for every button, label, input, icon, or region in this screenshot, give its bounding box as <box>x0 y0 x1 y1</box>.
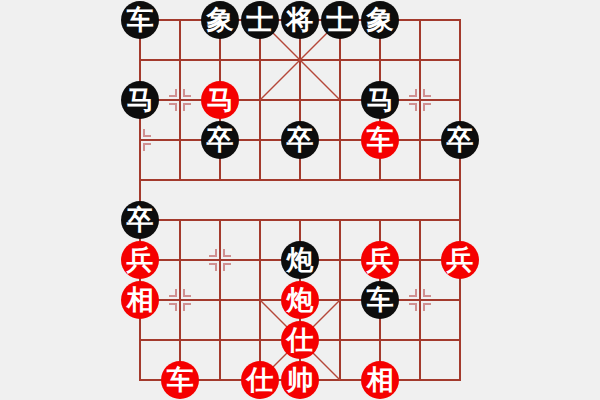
xiangqi-app: 车象士将士象马马马卒卒车卒卒兵炮兵兵相炮车仕车仕帅相 <box>0 0 600 400</box>
piece-black-elephant[interactable]: 象 <box>201 1 239 39</box>
piece-red-chariot[interactable]: 车 <box>361 121 399 159</box>
piece-black-soldier[interactable]: 卒 <box>441 121 479 159</box>
piece-black-soldier[interactable]: 卒 <box>121 201 159 239</box>
piece-black-cannon[interactable]: 炮 <box>281 241 319 279</box>
piece-black-general[interactable]: 将 <box>281 1 319 39</box>
piece-black-advisor[interactable]: 士 <box>241 1 279 39</box>
piece-black-chariot[interactable]: 车 <box>121 1 159 39</box>
piece-red-elephant[interactable]: 相 <box>361 361 399 399</box>
piece-red-soldier[interactable]: 兵 <box>121 241 159 279</box>
piece-red-chariot[interactable]: 车 <box>161 361 199 399</box>
piece-black-elephant[interactable]: 象 <box>361 1 399 39</box>
xiangqi-board[interactable]: 车象士将士象马马马卒卒车卒卒兵炮兵兵相炮车仕车仕帅相 <box>120 0 480 400</box>
piece-black-soldier[interactable]: 卒 <box>201 121 239 159</box>
piece-black-soldier[interactable]: 卒 <box>281 121 319 159</box>
piece-red-advisor[interactable]: 仕 <box>281 321 319 359</box>
piece-red-cannon[interactable]: 炮 <box>281 281 319 319</box>
piece-black-chariot[interactable]: 车 <box>361 281 399 319</box>
piece-black-advisor[interactable]: 士 <box>321 1 359 39</box>
piece-red-advisor[interactable]: 仕 <box>241 361 279 399</box>
piece-red-general[interactable]: 帅 <box>281 361 319 399</box>
piece-black-horse[interactable]: 马 <box>121 81 159 119</box>
piece-red-soldier[interactable]: 兵 <box>361 241 399 279</box>
piece-red-soldier[interactable]: 兵 <box>441 241 479 279</box>
piece-red-horse[interactable]: 马 <box>201 81 239 119</box>
piece-red-elephant[interactable]: 相 <box>121 281 159 319</box>
piece-black-horse[interactable]: 马 <box>361 81 399 119</box>
